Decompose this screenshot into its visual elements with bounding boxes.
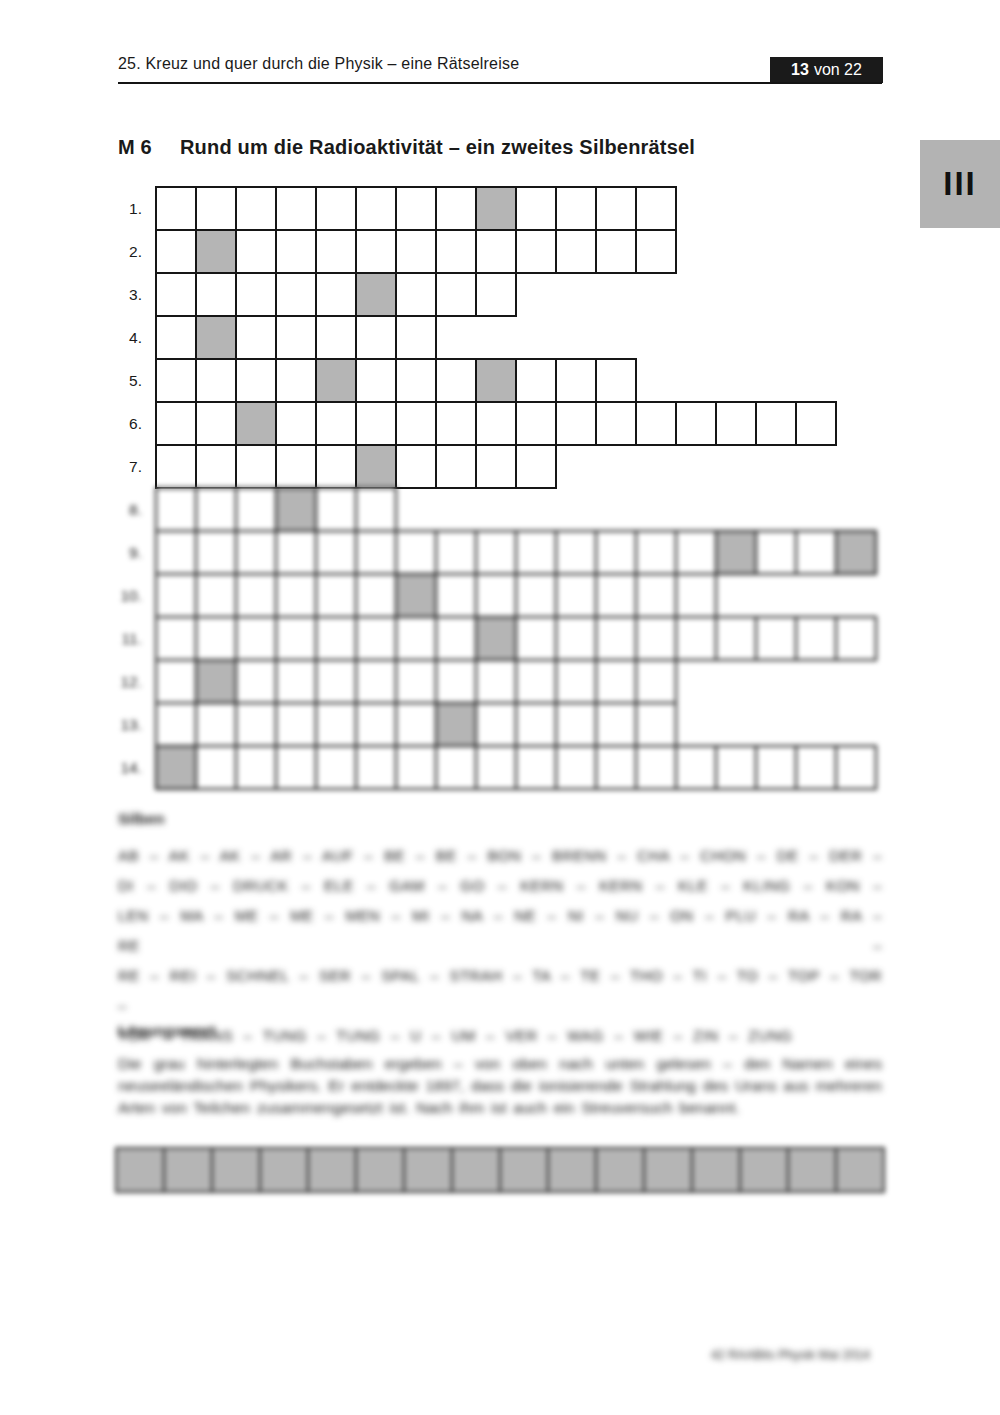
puzzle-cell[interactable] — [235, 745, 277, 790]
material-code: M 6 — [118, 136, 152, 159]
puzzle-cell-shaded[interactable] — [275, 487, 317, 532]
puzzle-row-2: 2. — [110, 229, 877, 274]
puzzle-cell[interactable] — [235, 702, 277, 747]
puzzle-cell[interactable] — [315, 272, 357, 317]
puzzle-cell[interactable] — [475, 530, 517, 575]
puzzle-cell-shaded[interactable] — [235, 401, 277, 446]
answer-letter-box[interactable] — [403, 1147, 453, 1193]
puzzle-cell[interactable] — [155, 487, 197, 532]
puzzle-cell[interactable] — [155, 229, 197, 274]
puzzle-cell[interactable] — [315, 573, 357, 618]
answer-letter-box[interactable] — [499, 1147, 549, 1193]
puzzle-cell[interactable] — [395, 315, 437, 360]
puzzle-cell[interactable] — [515, 745, 557, 790]
puzzle-cell[interactable] — [155, 616, 197, 661]
header-title: 25. Kreuz und quer durch die Physik – ei… — [118, 55, 519, 73]
puzzle-cell[interactable] — [515, 186, 557, 231]
puzzle-cell[interactable] — [355, 659, 397, 704]
puzzle-cell[interactable] — [635, 186, 677, 231]
puzzle-cell[interactable] — [675, 401, 717, 446]
puzzle-cell[interactable] — [235, 272, 277, 317]
puzzle-cell[interactable] — [675, 745, 717, 790]
row-number-label: 4. — [110, 315, 155, 360]
puzzle-cell[interactable] — [475, 659, 517, 704]
puzzle-cell-shaded[interactable] — [435, 702, 477, 747]
puzzle-cell[interactable] — [515, 702, 557, 747]
puzzle-cell[interactable] — [515, 659, 557, 704]
puzzle-cell[interactable] — [555, 659, 597, 704]
puzzle-cell[interactable] — [355, 229, 397, 274]
puzzle-cell[interactable] — [555, 745, 597, 790]
puzzle-cell[interactable] — [195, 573, 237, 618]
footer-credit: 42 RAABits Physik Mai 2014 — [118, 1348, 870, 1362]
puzzle-cell[interactable] — [635, 659, 677, 704]
puzzle-row-9: 9. — [110, 530, 877, 575]
puzzle-cell[interactable] — [435, 530, 477, 575]
puzzle-cell[interactable] — [755, 401, 797, 446]
puzzle-cell[interactable] — [435, 272, 477, 317]
puzzle-cell[interactable] — [595, 702, 637, 747]
puzzle-cell[interactable] — [315, 530, 357, 575]
answer-letter-box[interactable] — [691, 1147, 741, 1193]
material-title-text: Rund um die Radioaktivität – ein zweites… — [180, 136, 695, 159]
puzzle-cell[interactable] — [235, 573, 277, 618]
puzzle-cell[interactable] — [195, 401, 237, 446]
puzzle-cell[interactable] — [235, 358, 277, 403]
puzzle-cell[interactable] — [275, 358, 317, 403]
puzzle-cell[interactable] — [635, 616, 677, 661]
puzzle-cell[interactable] — [555, 229, 597, 274]
puzzle-cell[interactable] — [235, 315, 277, 360]
answer-letter-box[interactable] — [211, 1147, 261, 1193]
puzzle-cell[interactable] — [195, 444, 237, 489]
page-number: 13 — [791, 61, 809, 79]
header-rule — [118, 82, 882, 84]
puzzle-cell[interactable] — [395, 616, 437, 661]
puzzle-cell-shaded[interactable] — [355, 444, 397, 489]
puzzle-cell[interactable] — [155, 659, 197, 704]
puzzle-cell[interactable] — [235, 444, 277, 489]
puzzle-cell-shaded[interactable] — [195, 315, 237, 360]
puzzle-grid: 1.2.3.4.5.6.7. 8.9.10.11.12.13.14. — [110, 186, 877, 790]
row-number-label: 3. — [110, 272, 155, 317]
syllables-heading: Silben — [118, 810, 882, 828]
puzzle-cell-shaded[interactable] — [835, 530, 877, 575]
row-number-label: 14. — [110, 745, 155, 790]
puzzle-cell[interactable] — [275, 401, 317, 446]
puzzle-cell[interactable] — [515, 573, 557, 618]
puzzle-cell[interactable] — [155, 530, 197, 575]
solution-section: Lösungswort Die grau hinterlegten Buchst… — [118, 1022, 882, 1119]
puzzle-row-5: 5. — [110, 358, 877, 403]
puzzle-cell[interactable] — [595, 401, 637, 446]
solution-heading: Lösungswort — [118, 1022, 882, 1040]
answer-letter-box[interactable] — [739, 1147, 789, 1193]
puzzle-cell[interactable] — [355, 487, 397, 532]
answer-letter-box[interactable] — [595, 1147, 645, 1193]
puzzle-cell[interactable] — [155, 272, 197, 317]
puzzle-cell-shaded[interactable] — [475, 616, 517, 661]
puzzle-cell[interactable] — [715, 745, 757, 790]
puzzle-cell[interactable] — [395, 186, 437, 231]
puzzle-cell[interactable] — [475, 229, 517, 274]
puzzle-cell[interactable] — [155, 401, 197, 446]
puzzle-cell[interactable] — [195, 186, 237, 231]
puzzle-cell-shaded[interactable] — [475, 358, 517, 403]
puzzle-cell[interactable] — [155, 358, 197, 403]
puzzle-cell[interactable] — [195, 702, 237, 747]
puzzle-cell[interactable] — [235, 530, 277, 575]
puzzle-grid-rows-blurred: 8.9.10.11.12.13.14. — [110, 487, 877, 790]
puzzle-cell[interactable] — [755, 616, 797, 661]
row-number-label: 1. — [110, 186, 155, 231]
puzzle-cell[interactable] — [475, 745, 517, 790]
row-number-label: 12. — [110, 659, 155, 704]
puzzle-cell[interactable] — [195, 487, 237, 532]
puzzle-cell[interactable] — [595, 530, 637, 575]
puzzle-cell[interactable] — [515, 530, 557, 575]
puzzle-cell[interactable] — [195, 272, 237, 317]
material-title: M 6 Rund um die Radioaktivität – ein zwe… — [118, 136, 695, 159]
puzzle-cell[interactable] — [355, 530, 397, 575]
puzzle-cell[interactable] — [235, 229, 277, 274]
puzzle-cell[interactable] — [475, 272, 517, 317]
puzzle-cell[interactable] — [235, 186, 277, 231]
puzzle-cell[interactable] — [595, 186, 637, 231]
puzzle-row-10: 10. — [110, 573, 877, 618]
puzzle-cell[interactable] — [155, 702, 197, 747]
puzzle-cell[interactable] — [395, 272, 437, 317]
puzzle-cell[interactable] — [235, 659, 277, 704]
puzzle-cell[interactable] — [355, 315, 397, 360]
puzzle-cell[interactable] — [275, 573, 317, 618]
puzzle-cell[interactable] — [595, 573, 637, 618]
puzzle-cell[interactable] — [515, 616, 557, 661]
puzzle-cell[interactable] — [195, 745, 237, 790]
puzzle-row-12: 12. — [110, 659, 877, 704]
puzzle-cell-shaded[interactable] — [715, 530, 757, 575]
puzzle-cell[interactable] — [315, 401, 357, 446]
puzzle-cell[interactable] — [835, 616, 877, 661]
answer-letter-box[interactable] — [451, 1147, 501, 1193]
puzzle-cell[interactable] — [435, 745, 477, 790]
puzzle-row-8: 8. — [110, 487, 877, 532]
puzzle-cell[interactable] — [435, 444, 477, 489]
puzzle-row-7: 7. — [110, 444, 877, 489]
puzzle-cell[interactable] — [395, 444, 437, 489]
puzzle-cell[interactable] — [435, 186, 477, 231]
puzzle-cell[interactable] — [275, 229, 317, 274]
syllable-line-4: RE – REI – SCHNEL – SER – SPAL – STRAH –… — [118, 961, 882, 1021]
puzzle-cell[interactable] — [235, 616, 277, 661]
puzzle-cell[interactable] — [435, 358, 477, 403]
puzzle-cell[interactable] — [675, 530, 717, 575]
puzzle-cell[interactable] — [515, 358, 557, 403]
answer-letter-box[interactable] — [355, 1147, 405, 1193]
puzzle-cell[interactable] — [355, 745, 397, 790]
page-count-suffix: von 22 — [814, 61, 862, 79]
puzzle-cell[interactable] — [635, 530, 677, 575]
puzzle-cell[interactable] — [315, 702, 357, 747]
answer-letter-box[interactable] — [547, 1147, 597, 1193]
puzzle-cell[interactable] — [315, 229, 357, 274]
puzzle-cell[interactable] — [515, 229, 557, 274]
answer-letter-box[interactable] — [835, 1147, 885, 1193]
puzzle-cell[interactable] — [715, 616, 757, 661]
puzzle-cell[interactable] — [835, 745, 877, 790]
puzzle-cell[interactable] — [155, 444, 197, 489]
puzzle-cell[interactable] — [195, 616, 237, 661]
puzzle-cell[interactable] — [555, 702, 597, 747]
row-number-label: 10. — [110, 573, 155, 618]
puzzle-cell[interactable] — [395, 745, 437, 790]
puzzle-cell[interactable] — [595, 358, 637, 403]
row-number-label: 5. — [110, 358, 155, 403]
puzzle-cell[interactable] — [315, 315, 357, 360]
puzzle-cell[interactable] — [555, 573, 597, 618]
puzzle-cell[interactable] — [435, 659, 477, 704]
puzzle-row-14: 14. — [110, 745, 877, 790]
puzzle-cell[interactable] — [675, 616, 717, 661]
puzzle-cell[interactable] — [315, 659, 357, 704]
puzzle-cell[interactable] — [475, 444, 517, 489]
puzzle-row-6: 6. — [110, 401, 877, 446]
puzzle-cell[interactable] — [795, 401, 837, 446]
puzzle-cell[interactable] — [315, 444, 357, 489]
page-number-badge: 13 von 22 — [770, 57, 883, 83]
answer-letter-box[interactable] — [115, 1147, 165, 1193]
answer-letter-box[interactable] — [307, 1147, 357, 1193]
puzzle-cell[interactable] — [595, 616, 637, 661]
puzzle-cell[interactable] — [275, 616, 317, 661]
puzzle-cell[interactable] — [515, 401, 557, 446]
puzzle-cell[interactable] — [395, 401, 437, 446]
puzzle-cell-shaded[interactable] — [195, 229, 237, 274]
row-number-label: 8. — [110, 487, 155, 532]
puzzle-cell-shaded[interactable] — [395, 573, 437, 618]
syllables-section: Silben AB – AK – AK – AR – AUF – BE – BE… — [118, 810, 882, 1051]
puzzle-cell[interactable] — [635, 573, 677, 618]
puzzle-cell[interactable] — [675, 573, 717, 618]
puzzle-cell[interactable] — [475, 702, 517, 747]
puzzle-cell[interactable] — [635, 229, 677, 274]
puzzle-cell[interactable] — [755, 530, 797, 575]
puzzle-cell[interactable] — [795, 745, 837, 790]
puzzle-cell[interactable] — [555, 186, 597, 231]
puzzle-cell[interactable] — [395, 659, 437, 704]
puzzle-cell[interactable] — [155, 186, 197, 231]
puzzle-cell[interactable] — [795, 616, 837, 661]
puzzle-cell[interactable] — [355, 702, 397, 747]
puzzle-cell[interactable] — [435, 616, 477, 661]
puzzle-cell[interactable] — [795, 530, 837, 575]
puzzle-cell[interactable] — [435, 401, 477, 446]
puzzle-row-1: 1. — [110, 186, 877, 231]
puzzle-row-3: 3. — [110, 272, 877, 317]
answer-letter-box[interactable] — [259, 1147, 309, 1193]
row-number-label: 6. — [110, 401, 155, 446]
puzzle-cell[interactable] — [195, 530, 237, 575]
puzzle-cell[interactable] — [155, 573, 197, 618]
puzzle-cell[interactable] — [275, 530, 317, 575]
puzzle-cell-shaded[interactable] — [315, 358, 357, 403]
puzzle-row-13: 13. — [110, 702, 877, 747]
puzzle-cell[interactable] — [595, 229, 637, 274]
puzzle-cell[interactable] — [395, 530, 437, 575]
syllable-line-1: AB – AK – AK – AR – AUF – BE – BE – BON … — [118, 841, 882, 871]
puzzle-cell[interactable] — [435, 229, 477, 274]
puzzle-cell[interactable] — [595, 745, 637, 790]
unit-tab-marker: III — [920, 140, 1000, 228]
puzzle-cell[interactable] — [355, 358, 397, 403]
puzzle-cell[interactable] — [355, 616, 397, 661]
puzzle-cell[interactable] — [475, 401, 517, 446]
puzzle-row-4: 4. — [110, 315, 877, 360]
puzzle-cell[interactable] — [275, 272, 317, 317]
puzzle-cell[interactable] — [435, 573, 477, 618]
puzzle-cell[interactable] — [595, 659, 637, 704]
answer-letter-box[interactable] — [163, 1147, 213, 1193]
puzzle-cell[interactable] — [355, 401, 397, 446]
puzzle-cell-shaded[interactable] — [355, 272, 397, 317]
puzzle-cell[interactable] — [155, 315, 197, 360]
puzzle-cell[interactable] — [555, 530, 597, 575]
puzzle-cell[interactable] — [315, 186, 357, 231]
row-number-label: 9. — [110, 530, 155, 575]
puzzle-cell[interactable] — [355, 573, 397, 618]
puzzle-cell[interactable] — [635, 401, 677, 446]
puzzle-cell-shaded[interactable] — [195, 659, 237, 704]
row-number-label: 11. — [110, 616, 155, 661]
puzzle-cell[interactable] — [395, 702, 437, 747]
puzzle-cell[interactable] — [195, 358, 237, 403]
worksheet-page: 25. Kreuz und quer durch die Physik – ei… — [0, 0, 1000, 1415]
puzzle-cell[interactable] — [275, 186, 317, 231]
row-number-label: 13. — [110, 702, 155, 747]
puzzle-cell[interactable] — [755, 745, 797, 790]
puzzle-grid-rows-sharp: 1.2.3.4.5.6.7. — [110, 186, 877, 489]
puzzle-cell[interactable] — [555, 358, 597, 403]
puzzle-cell[interactable] — [635, 745, 677, 790]
puzzle-cell[interactable] — [475, 573, 517, 618]
puzzle-cell[interactable] — [355, 186, 397, 231]
puzzle-cell[interactable] — [635, 702, 677, 747]
puzzle-cell[interactable] — [235, 487, 277, 532]
puzzle-cell-shaded[interactable] — [155, 745, 197, 790]
puzzle-cell[interactable] — [275, 745, 317, 790]
puzzle-cell-shaded[interactable] — [475, 186, 517, 231]
puzzle-cell[interactable] — [275, 702, 317, 747]
puzzle-cell[interactable] — [555, 401, 597, 446]
puzzle-cell[interactable] — [275, 315, 317, 360]
row-number-label: 2. — [110, 229, 155, 274]
puzzle-cell[interactable] — [515, 444, 557, 489]
puzzle-cell[interactable] — [315, 616, 357, 661]
puzzle-row-11: 11. — [110, 616, 877, 661]
puzzle-cell[interactable] — [275, 444, 317, 489]
solution-answer-boxes — [115, 1147, 885, 1193]
answer-letter-box[interactable] — [643, 1147, 693, 1193]
puzzle-cell[interactable] — [555, 616, 597, 661]
syllable-line-2: DI – DIO – DRUCK – ELE – GAM – GO – KERN… — [118, 871, 882, 901]
syllable-line-3: LEN – MA – ME – ME – MEN – MI – NA – NE … — [118, 901, 882, 961]
solution-instructions: Die grau hinterlegten Buchstaben ergeben… — [118, 1053, 882, 1119]
syllables-list: AB – AK – AK – AR – AUF – BE – BE – BON … — [118, 841, 882, 1051]
puzzle-cell[interactable] — [395, 229, 437, 274]
row-number-label: 7. — [110, 444, 155, 489]
puzzle-cell[interactable] — [275, 659, 317, 704]
puzzle-cell[interactable] — [395, 358, 437, 403]
puzzle-cell[interactable] — [315, 745, 357, 790]
puzzle-cell[interactable] — [715, 401, 757, 446]
puzzle-cell[interactable] — [315, 487, 357, 532]
answer-letter-box[interactable] — [787, 1147, 837, 1193]
